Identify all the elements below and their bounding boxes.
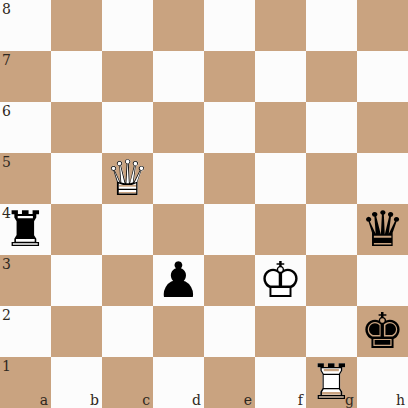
square-b7[interactable]	[51, 51, 102, 102]
rank-label-2: 2	[2, 308, 11, 322]
square-c3[interactable]	[102, 255, 153, 306]
square-f1[interactable]: f	[255, 357, 306, 408]
square-f2[interactable]	[255, 306, 306, 357]
square-d8[interactable]	[153, 0, 204, 51]
square-f5[interactable]	[255, 153, 306, 204]
square-d7[interactable]	[153, 51, 204, 102]
rank-label-5: 5	[2, 155, 11, 169]
square-e1[interactable]: e	[204, 357, 255, 408]
square-c1[interactable]: c	[102, 357, 153, 408]
square-c6[interactable]	[102, 102, 153, 153]
square-a3[interactable]: 3	[0, 255, 51, 306]
square-d3[interactable]: ♟	[153, 255, 204, 306]
chess-board: 8765♛♕4♜♛3♟♚♔2♚1abcdefg♜♖h	[0, 0, 408, 408]
square-a2[interactable]: 2	[0, 306, 51, 357]
piece-black-king[interactable]: ♚	[357, 306, 408, 357]
white-queen-icon: ♕	[102, 153, 153, 204]
rank-label-3: 3	[2, 257, 11, 271]
file-label-h: h	[396, 393, 405, 407]
square-g6[interactable]	[306, 102, 357, 153]
file-label-f: f	[298, 393, 303, 407]
square-h8[interactable]	[357, 0, 408, 51]
square-a8[interactable]: 8	[0, 0, 51, 51]
black-rook-icon: ♜	[0, 204, 51, 255]
square-b2[interactable]	[51, 306, 102, 357]
square-g5[interactable]	[306, 153, 357, 204]
white-king-icon: ♔	[255, 255, 306, 306]
square-g2[interactable]	[306, 306, 357, 357]
square-e2[interactable]	[204, 306, 255, 357]
square-a4[interactable]: 4♜	[0, 204, 51, 255]
square-e3[interactable]	[204, 255, 255, 306]
piece-black-pawn[interactable]: ♟	[153, 255, 204, 306]
piece-white-rook[interactable]: ♜♖	[306, 357, 357, 408]
file-label-d: d	[192, 393, 201, 407]
square-h6[interactable]	[357, 102, 408, 153]
square-g7[interactable]	[306, 51, 357, 102]
square-f3[interactable]: ♚♔	[255, 255, 306, 306]
square-h2[interactable]: ♚	[357, 306, 408, 357]
square-e6[interactable]	[204, 102, 255, 153]
square-b5[interactable]	[51, 153, 102, 204]
square-h5[interactable]	[357, 153, 408, 204]
square-d4[interactable]	[153, 204, 204, 255]
white-queen-fill-glyph: ♛	[102, 153, 153, 204]
square-h7[interactable]	[357, 51, 408, 102]
square-c4[interactable]	[102, 204, 153, 255]
square-h1[interactable]: h	[357, 357, 408, 408]
square-b1[interactable]: b	[51, 357, 102, 408]
square-c8[interactable]	[102, 0, 153, 51]
white-rook-icon: ♖	[306, 357, 357, 408]
square-a5[interactable]: 5	[0, 153, 51, 204]
square-g8[interactable]	[306, 0, 357, 51]
file-label-a: a	[40, 393, 48, 407]
square-b4[interactable]	[51, 204, 102, 255]
square-g1[interactable]: g♜♖	[306, 357, 357, 408]
square-d5[interactable]	[153, 153, 204, 204]
white-rook-fill-glyph: ♜	[306, 357, 357, 408]
square-d2[interactable]	[153, 306, 204, 357]
file-label-e: e	[244, 393, 252, 407]
square-b6[interactable]	[51, 102, 102, 153]
square-g3[interactable]	[306, 255, 357, 306]
square-f7[interactable]	[255, 51, 306, 102]
square-e8[interactable]	[204, 0, 255, 51]
square-b3[interactable]	[51, 255, 102, 306]
piece-white-queen[interactable]: ♛♕	[102, 153, 153, 204]
rank-label-7: 7	[2, 53, 11, 67]
square-f4[interactable]	[255, 204, 306, 255]
square-f6[interactable]	[255, 102, 306, 153]
file-label-b: b	[90, 393, 99, 407]
square-a1[interactable]: 1a	[0, 357, 51, 408]
square-g4[interactable]	[306, 204, 357, 255]
rank-label-8: 8	[2, 2, 11, 16]
rank-label-6: 6	[2, 104, 11, 118]
square-h4[interactable]: ♛	[357, 204, 408, 255]
black-queen-icon: ♛	[357, 204, 408, 255]
black-king-icon: ♚	[357, 306, 408, 357]
square-e5[interactable]	[204, 153, 255, 204]
piece-white-king[interactable]: ♚♔	[255, 255, 306, 306]
square-a7[interactable]: 7	[0, 51, 51, 102]
piece-black-rook[interactable]: ♜	[0, 204, 51, 255]
square-c5[interactable]: ♛♕	[102, 153, 153, 204]
square-c2[interactable]	[102, 306, 153, 357]
square-f8[interactable]	[255, 0, 306, 51]
square-e4[interactable]	[204, 204, 255, 255]
piece-black-queen[interactable]: ♛	[357, 204, 408, 255]
black-pawn-icon: ♟	[153, 255, 204, 306]
file-label-c: c	[142, 393, 150, 407]
square-h3[interactable]	[357, 255, 408, 306]
white-king-fill-glyph: ♚	[255, 255, 306, 306]
square-a6[interactable]: 6	[0, 102, 51, 153]
square-d1[interactable]: d	[153, 357, 204, 408]
square-e7[interactable]	[204, 51, 255, 102]
square-d6[interactable]	[153, 102, 204, 153]
square-c7[interactable]	[102, 51, 153, 102]
square-b8[interactable]	[51, 0, 102, 51]
rank-label-1: 1	[2, 359, 11, 373]
